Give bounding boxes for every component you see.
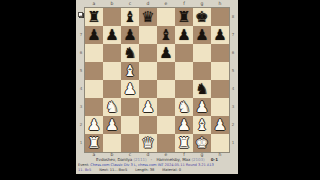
white-pawn: ♟ — [103, 116, 121, 134]
black-pawn: ♟ — [211, 26, 229, 44]
square-d4[interactable] — [139, 80, 157, 98]
square-g1[interactable]: ♚ — [193, 134, 211, 152]
square-d1[interactable]: ♛ — [139, 134, 157, 152]
square-c7[interactable]: ♟ — [121, 26, 139, 44]
white-player-name: Evdoshev, Danilya — [96, 157, 132, 162]
file-label-top-h: h — [211, 1, 229, 7]
square-b6[interactable] — [103, 44, 121, 62]
rank-label-right-7: 7 — [230, 26, 236, 44]
square-c1[interactable] — [121, 134, 139, 152]
square-b3[interactable]: ♞ — [103, 98, 121, 116]
square-e3[interactable] — [157, 98, 175, 116]
white-player-rating: (2111) — [133, 157, 146, 162]
square-a2[interactable]: ♟ — [85, 116, 103, 134]
square-a3[interactable] — [85, 98, 103, 116]
rank-label-right-3: 3 — [230, 98, 236, 116]
eco-code: A13 — [207, 163, 214, 167]
square-h1[interactable] — [211, 134, 229, 152]
square-g5[interactable] — [193, 62, 211, 80]
rank-label-left-3: 3 — [78, 98, 84, 116]
square-g8[interactable]: ♚ — [193, 8, 211, 26]
rank-label-right-2: 2 — [230, 116, 236, 134]
square-e4[interactable] — [157, 80, 175, 98]
black-king: ♚ — [193, 8, 211, 26]
square-a5[interactable] — [85, 62, 103, 80]
file-label-top-g: g — [193, 1, 211, 7]
square-c5[interactable]: ♝ — [121, 62, 139, 80]
square-d6[interactable] — [139, 44, 157, 62]
square-a8[interactable]: ♜ — [85, 8, 103, 26]
square-e8[interactable] — [157, 8, 175, 26]
white-king: ♚ — [193, 134, 211, 152]
square-g2[interactable]: ♝ — [193, 116, 211, 134]
file-label-top-e: e — [157, 1, 175, 7]
square-b4[interactable] — [103, 80, 121, 98]
white-pawn: ♟ — [139, 98, 157, 116]
black-rook: ♜ — [175, 8, 193, 26]
event-date: 2024.05.11 — [165, 163, 185, 167]
white-pawn: ♟ — [85, 116, 103, 134]
square-d3[interactable]: ♟ — [139, 98, 157, 116]
white-pawn: ♟ — [121, 80, 139, 98]
square-f4[interactable] — [175, 80, 193, 98]
square-f6[interactable] — [175, 44, 193, 62]
next-label: Next: — [99, 168, 108, 172]
square-g4[interactable]: ♞ — [193, 80, 211, 98]
white-knight: ♞ — [103, 98, 121, 116]
white-bishop: ♝ — [193, 116, 211, 134]
stats-line: 11. Bc5 Next: 11... Bxc5 Length: 38 Mate… — [78, 168, 181, 173]
file-label-top-c: c — [121, 1, 139, 7]
square-b5[interactable] — [103, 62, 121, 80]
square-d5[interactable] — [139, 62, 157, 80]
rank-label-left-5: 5 — [78, 62, 84, 80]
rank-label-left-6: 6 — [78, 44, 84, 62]
white-queen: ♛ — [139, 134, 157, 152]
square-f3[interactable]: ♞ — [175, 98, 193, 116]
file-label-top-f: f — [175, 1, 193, 7]
rank-label-right-5: 5 — [230, 62, 236, 80]
square-f8[interactable]: ♜ — [175, 8, 193, 26]
square-a1[interactable]: ♜ — [85, 134, 103, 152]
chess-board[interactable]: ♜♝♛♜♚♟♟♟♝♟♟♟♞♟♝♟♞♞♟♞♟♟♟♟♝♟♜♛♜♚ — [85, 8, 229, 152]
black-player-name: Hammelsby, Max — [156, 157, 190, 162]
square-d2[interactable] — [139, 116, 157, 134]
white-pawn: ♟ — [175, 116, 193, 134]
square-h3[interactable] — [211, 98, 229, 116]
square-g7[interactable]: ♟ — [193, 26, 211, 44]
rank-label-left-1: 1 — [78, 134, 84, 152]
square-e5[interactable] — [157, 62, 175, 80]
rank-label-left-7: 7 — [78, 26, 84, 44]
square-h4[interactable] — [211, 80, 229, 98]
chess-diagram-panel: abcdefgh ♜♝♛♜♚♟♟♟♝♟♟♟♞♟♝♟♞♞♟♞♟♟♟♟♝♟♜♛♜♚ … — [76, 0, 238, 174]
square-f2[interactable]: ♟ — [175, 116, 193, 134]
event-round: Round 3.21 — [186, 163, 206, 167]
square-b2[interactable]: ♟ — [103, 116, 121, 134]
white-bishop: ♝ — [121, 62, 139, 80]
square-e2[interactable] — [157, 116, 175, 134]
rank-label-right-6: 6 — [230, 44, 236, 62]
black-pawn: ♟ — [85, 26, 103, 44]
material-value: 0 — [179, 168, 181, 172]
rank-label-left-2: 2 — [78, 116, 84, 134]
black-pawn: ♟ — [103, 26, 121, 44]
square-a6[interactable] — [85, 44, 103, 62]
square-h5[interactable] — [211, 62, 229, 80]
event-label: Event: — [78, 163, 89, 167]
black-knight: ♞ — [121, 44, 139, 62]
white-knight: ♞ — [175, 98, 193, 116]
white-rook: ♜ — [175, 134, 193, 152]
black-player-rating: (2103) — [192, 157, 205, 162]
square-c3[interactable] — [121, 98, 139, 116]
square-h7[interactable]: ♟ — [211, 26, 229, 44]
file-label-top-d: d — [139, 1, 157, 7]
square-b8[interactable] — [103, 8, 121, 26]
white-pawn: ♟ — [211, 116, 229, 134]
black-queen: ♛ — [139, 8, 157, 26]
square-b1[interactable] — [103, 134, 121, 152]
square-f1[interactable]: ♜ — [175, 134, 193, 152]
square-d8[interactable]: ♛ — [139, 8, 157, 26]
square-h8[interactable] — [211, 8, 229, 26]
rank-label-right-4: 4 — [230, 80, 236, 98]
square-c2[interactable] — [121, 116, 139, 134]
black-bishop: ♝ — [157, 26, 175, 44]
black-pawn: ♟ — [175, 26, 193, 44]
square-h6[interactable] — [211, 44, 229, 62]
black-pawn: ♟ — [157, 44, 175, 62]
square-a4[interactable] — [85, 80, 103, 98]
rank-label-right-1: 1 — [230, 134, 236, 152]
square-g6[interactable] — [193, 44, 211, 62]
game-result: 0-1 — [206, 157, 218, 162]
square-f7[interactable]: ♟ — [175, 26, 193, 44]
event-link[interactable]: Chess.com Classic Div 3 L, chess.com INT — [90, 163, 163, 167]
material-label: Material: — [162, 168, 177, 172]
black-bishop: ♝ — [121, 8, 139, 26]
length-label: Length: — [135, 168, 148, 172]
video-frame: abcdefgh ♜♝♛♜♚♟♟♟♝♟♟♟♞♟♝♟♞♞♟♞♟♟♟♟♝♟♜♛♜♚ … — [0, 0, 320, 180]
square-f5[interactable] — [175, 62, 193, 80]
white-pawn: ♟ — [193, 98, 211, 116]
event-line: Event: Chess.com Classic Div 3 L, chess.… — [78, 163, 214, 168]
current-move[interactable]: 11. Bc5 — [78, 168, 91, 172]
rank-label-left-8: 8 — [78, 8, 84, 26]
square-h2[interactable]: ♟ — [211, 116, 229, 134]
players-separator: - — [148, 157, 155, 162]
square-e6[interactable]: ♟ — [157, 44, 175, 62]
square-g3[interactable]: ♟ — [193, 98, 211, 116]
square-d7[interactable] — [139, 26, 157, 44]
square-c6[interactable]: ♞ — [121, 44, 139, 62]
black-rook: ♜ — [85, 8, 103, 26]
square-e7[interactable]: ♝ — [157, 26, 175, 44]
black-knight: ♞ — [193, 80, 211, 98]
square-c4[interactable]: ♟ — [121, 80, 139, 98]
players-line: Evdoshev, Danilya (2111) - Hammelsby, Ma… — [76, 157, 238, 162]
next-move: 11... Bxc5 — [110, 168, 127, 172]
square-b7[interactable]: ♟ — [103, 26, 121, 44]
rank-label-left-4: 4 — [78, 80, 84, 98]
square-a7[interactable]: ♟ — [85, 26, 103, 44]
white-rook: ♜ — [85, 134, 103, 152]
square-c8[interactable]: ♝ — [121, 8, 139, 26]
file-label-top-b: b — [103, 1, 121, 7]
black-pawn: ♟ — [121, 26, 139, 44]
length-value: 38 — [150, 168, 154, 172]
black-pawn: ♟ — [193, 26, 211, 44]
square-e1[interactable] — [157, 134, 175, 152]
rank-label-right-8: 8 — [230, 8, 236, 26]
file-label-top-a: a — [85, 1, 103, 7]
